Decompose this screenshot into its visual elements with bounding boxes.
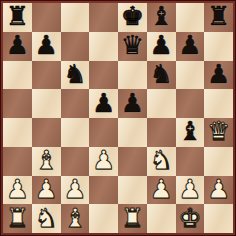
piece-white-king: ♚ (178, 205, 201, 231)
piece-white-pawn: ♟ (149, 176, 172, 202)
piece-black-rook: ♜ (207, 3, 230, 29)
piece-black-bishop: ♝ (149, 3, 172, 29)
piece-black-pawn: ♟ (149, 32, 172, 58)
piece-black-queen: ♛ (121, 32, 144, 58)
piece-black-rook: ♜ (6, 3, 29, 29)
piece-white-rook: ♜ (121, 205, 144, 231)
square-b1[interactable]: ♞ (32, 204, 61, 233)
square-e3[interactable] (118, 147, 147, 176)
square-a4[interactable] (3, 118, 32, 147)
square-a6[interactable] (3, 61, 32, 90)
square-b8[interactable] (32, 3, 61, 32)
piece-black-pawn: ♟ (207, 61, 230, 87)
square-d3[interactable]: ♟ (89, 147, 118, 176)
piece-white-bishop: ♝ (34, 147, 57, 173)
square-f6[interactable]: ♞ (147, 61, 176, 90)
square-c5[interactable] (61, 89, 90, 118)
piece-black-bishop: ♝ (178, 118, 201, 144)
piece-black-king: ♚ (121, 3, 144, 29)
piece-black-pawn: ♟ (6, 32, 29, 58)
square-f4[interactable] (147, 118, 176, 147)
square-c4[interactable] (61, 118, 90, 147)
square-a3[interactable] (3, 147, 32, 176)
piece-black-pawn: ♟ (178, 32, 201, 58)
piece-white-pawn: ♟ (207, 176, 230, 202)
square-c2[interactable]: ♟ (61, 176, 90, 205)
square-d8[interactable] (89, 3, 118, 32)
square-d2[interactable] (89, 176, 118, 205)
square-h3[interactable] (204, 147, 233, 176)
piece-white-knight: ♞ (34, 205, 57, 231)
square-g1[interactable]: ♚ (176, 204, 205, 233)
piece-black-knight: ♞ (63, 61, 86, 87)
square-b3[interactable]: ♝ (32, 147, 61, 176)
chess-board: ♜♚♝♜♟♟♛♟♟♞♞♟♟♟♝♛♝♟♞♟♟♟♟♟♟♜♞♝♜♚ (3, 3, 233, 233)
square-c6[interactable]: ♞ (61, 61, 90, 90)
square-a7[interactable]: ♟ (3, 32, 32, 61)
square-d6[interactable] (89, 61, 118, 90)
chess-board-frame: ♜♚♝♜♟♟♛♟♟♞♞♟♟♟♝♛♝♟♞♟♟♟♟♟♟♜♞♝♜♚ (0, 0, 236, 236)
piece-white-pawn: ♟ (92, 147, 115, 173)
square-g3[interactable] (176, 147, 205, 176)
square-e6[interactable] (118, 61, 147, 90)
piece-white-pawn: ♟ (34, 176, 57, 202)
square-c1[interactable]: ♝ (61, 204, 90, 233)
piece-white-pawn: ♟ (6, 176, 29, 202)
square-f5[interactable] (147, 89, 176, 118)
square-e5[interactable]: ♟ (118, 89, 147, 118)
square-g8[interactable] (176, 3, 205, 32)
piece-white-bishop: ♝ (63, 205, 86, 231)
square-h2[interactable]: ♟ (204, 176, 233, 205)
piece-black-pawn: ♟ (92, 90, 115, 116)
square-b6[interactable] (32, 61, 61, 90)
square-e4[interactable] (118, 118, 147, 147)
square-g7[interactable]: ♟ (176, 32, 205, 61)
square-f2[interactable]: ♟ (147, 176, 176, 205)
square-b4[interactable] (32, 118, 61, 147)
square-e8[interactable]: ♚ (118, 3, 147, 32)
square-d4[interactable] (89, 118, 118, 147)
square-h4[interactable]: ♛ (204, 118, 233, 147)
square-d5[interactable]: ♟ (89, 89, 118, 118)
square-g5[interactable] (176, 89, 205, 118)
square-a1[interactable]: ♜ (3, 204, 32, 233)
square-h7[interactable] (204, 32, 233, 61)
square-f7[interactable]: ♟ (147, 32, 176, 61)
square-h1[interactable] (204, 204, 233, 233)
square-a2[interactable]: ♟ (3, 176, 32, 205)
square-h6[interactable]: ♟ (204, 61, 233, 90)
square-f8[interactable]: ♝ (147, 3, 176, 32)
square-d7[interactable] (89, 32, 118, 61)
piece-white-knight: ♞ (149, 147, 172, 173)
square-c3[interactable] (61, 147, 90, 176)
square-b5[interactable] (32, 89, 61, 118)
piece-black-knight: ♞ (149, 61, 172, 87)
square-a8[interactable]: ♜ (3, 3, 32, 32)
piece-white-pawn: ♟ (63, 176, 86, 202)
square-d1[interactable] (89, 204, 118, 233)
piece-black-pawn: ♟ (121, 90, 144, 116)
square-f3[interactable]: ♞ (147, 147, 176, 176)
square-h5[interactable] (204, 89, 233, 118)
square-e7[interactable]: ♛ (118, 32, 147, 61)
square-g6[interactable] (176, 61, 205, 90)
piece-white-pawn: ♟ (178, 176, 201, 202)
square-a5[interactable] (3, 89, 32, 118)
square-c8[interactable] (61, 3, 90, 32)
square-e1[interactable]: ♜ (118, 204, 147, 233)
square-e2[interactable] (118, 176, 147, 205)
square-c7[interactable] (61, 32, 90, 61)
piece-white-rook: ♜ (6, 205, 29, 231)
square-b7[interactable]: ♟ (32, 32, 61, 61)
square-h8[interactable]: ♜ (204, 3, 233, 32)
square-b2[interactable]: ♟ (32, 176, 61, 205)
square-g2[interactable]: ♟ (176, 176, 205, 205)
square-g4[interactable]: ♝ (176, 118, 205, 147)
piece-black-pawn: ♟ (34, 32, 57, 58)
square-f1[interactable] (147, 204, 176, 233)
piece-white-queen: ♛ (207, 118, 230, 144)
